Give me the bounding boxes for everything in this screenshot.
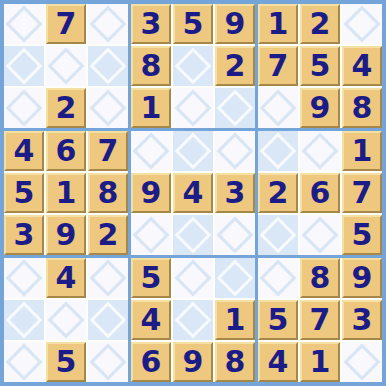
box-2-2: 943 [131,131,255,255]
cell-r5c7: 2 [258,173,298,213]
cell-r3c4: 1 [131,88,171,128]
diamond-pattern-icon [175,48,212,85]
cell-r1c8: 2 [300,4,340,44]
diamond-pattern-icon [90,6,127,43]
diamond-pattern-icon [302,217,339,254]
box-2-3: 12675 [258,131,382,255]
cell-r8c9: 3 [342,300,382,340]
cell-r7c9: 9 [342,258,382,298]
cell-r4c4[interactable] [131,131,171,171]
sudoku-board: 7235982112754984675183929431267545541698… [0,0,386,386]
diamond-pattern-icon [175,260,212,297]
cell-r7c3[interactable] [88,258,128,298]
cell-r9c8: 1 [300,342,340,382]
cell-r7c7[interactable] [258,258,298,298]
cell-r2c3[interactable] [88,46,128,86]
cell-r6c6[interactable] [215,215,255,255]
cell-r2c2[interactable] [46,46,86,86]
diamond-pattern-icon [175,90,212,127]
cell-r8c3[interactable] [88,300,128,340]
cell-r3c8: 9 [300,88,340,128]
diamond-pattern-icon [90,90,127,127]
diamond-pattern-icon [175,133,212,170]
cell-r7c4: 5 [131,258,171,298]
diamond-pattern-icon [175,217,212,254]
diamond-pattern-icon [6,302,43,339]
cell-r2c9: 4 [342,46,382,86]
diamond-pattern-icon [133,133,170,170]
diamond-pattern-icon [6,6,43,43]
cell-r8c8: 7 [300,300,340,340]
cell-r4c1: 4 [4,131,44,171]
cell-r3c6[interactable] [215,88,255,128]
cell-r2c5[interactable] [173,46,213,86]
diamond-pattern-icon [260,133,297,170]
cell-r2c7: 7 [258,46,298,86]
cell-r3c9: 8 [342,88,382,128]
cell-r9c4: 6 [131,342,171,382]
cell-r2c4: 8 [131,46,171,86]
diamond-pattern-icon [90,48,127,85]
cell-r6c1: 3 [4,215,44,255]
cell-r7c6[interactable] [215,258,255,298]
diamond-pattern-icon [217,133,254,170]
cell-r3c5[interactable] [173,88,213,128]
diamond-pattern-icon [6,90,43,127]
cell-r1c9[interactable] [342,4,382,44]
diamond-pattern-icon [217,217,254,254]
cell-r6c5[interactable] [173,215,213,255]
cell-r1c3[interactable] [88,4,128,44]
diamond-pattern-icon [175,302,212,339]
cell-r9c9[interactable] [342,342,382,382]
cell-r6c3: 2 [88,215,128,255]
diamond-pattern-icon [90,344,127,381]
diamond-pattern-icon [6,48,43,85]
diamond-pattern-icon [217,260,254,297]
cell-r3c1[interactable] [4,88,44,128]
diamond-pattern-icon [90,260,127,297]
cell-r9c2: 5 [46,342,86,382]
diamond-pattern-icon [260,260,297,297]
diamond-pattern-icon [133,217,170,254]
diamond-pattern-icon [344,344,381,381]
box-1-1: 72 [4,4,128,128]
cell-r5c6: 3 [215,173,255,213]
box-1-3: 1275498 [258,4,382,128]
cell-r5c1: 5 [4,173,44,213]
cell-r6c2: 9 [46,215,86,255]
diamond-pattern-icon [260,90,297,127]
diamond-pattern-icon [6,344,43,381]
cell-r2c8: 5 [300,46,340,86]
cell-r8c7: 5 [258,300,298,340]
diamond-pattern-icon [48,302,85,339]
diamond-pattern-icon [90,302,127,339]
cell-r1c4: 3 [131,4,171,44]
cell-r1c5: 5 [173,4,213,44]
diamond-pattern-icon [260,217,297,254]
cell-r4c7[interactable] [258,131,298,171]
cell-r7c1[interactable] [4,258,44,298]
cell-r1c6: 9 [215,4,255,44]
cell-r3c3[interactable] [88,88,128,128]
cell-r8c2[interactable] [46,300,86,340]
cell-r3c7[interactable] [258,88,298,128]
box-3-1: 45 [4,258,128,382]
cell-r6c4[interactable] [131,215,171,255]
cell-r5c4: 9 [131,173,171,213]
box-3-2: 541698 [131,258,255,382]
cell-r4c5[interactable] [173,131,213,171]
box-3-3: 8957341 [258,258,382,382]
cell-r9c3[interactable] [88,342,128,382]
cell-r5c5: 4 [173,173,213,213]
box-1-2: 359821 [131,4,255,128]
cell-r7c8: 8 [300,258,340,298]
cell-r4c2: 6 [46,131,86,171]
cell-r2c6: 2 [215,46,255,86]
cell-r6c9: 5 [342,215,382,255]
cell-r9c6: 8 [215,342,255,382]
cell-r3c2: 2 [46,88,86,128]
cell-r4c9: 1 [342,131,382,171]
cell-r5c8: 6 [300,173,340,213]
cell-r6c7[interactable] [258,215,298,255]
diamond-pattern-icon [6,260,43,297]
cell-r8c4: 4 [131,300,171,340]
cell-r5c3: 8 [88,173,128,213]
cell-r6c8[interactable] [300,215,340,255]
box-2-1: 467518392 [4,131,128,255]
diamond-pattern-icon [344,6,381,43]
diamond-pattern-icon [217,90,254,127]
cell-r5c2: 1 [46,173,86,213]
cell-r1c1[interactable] [4,4,44,44]
cell-r9c1[interactable] [4,342,44,382]
cell-r5c9: 7 [342,173,382,213]
diamond-pattern-icon [48,48,85,85]
cell-r1c7: 1 [258,4,298,44]
cell-r7c5[interactable] [173,258,213,298]
cell-r2c1[interactable] [4,46,44,86]
cell-r4c3: 7 [88,131,128,171]
cell-r8c5[interactable] [173,300,213,340]
cell-r9c5: 9 [173,342,213,382]
diamond-pattern-icon [302,133,339,170]
cell-r8c1[interactable] [4,300,44,340]
cell-r9c7: 4 [258,342,298,382]
cell-r4c8[interactable] [300,131,340,171]
cell-r1c2: 7 [46,4,86,44]
cell-r8c6: 1 [215,300,255,340]
cell-r7c2: 4 [46,258,86,298]
cell-r4c6[interactable] [215,131,255,171]
